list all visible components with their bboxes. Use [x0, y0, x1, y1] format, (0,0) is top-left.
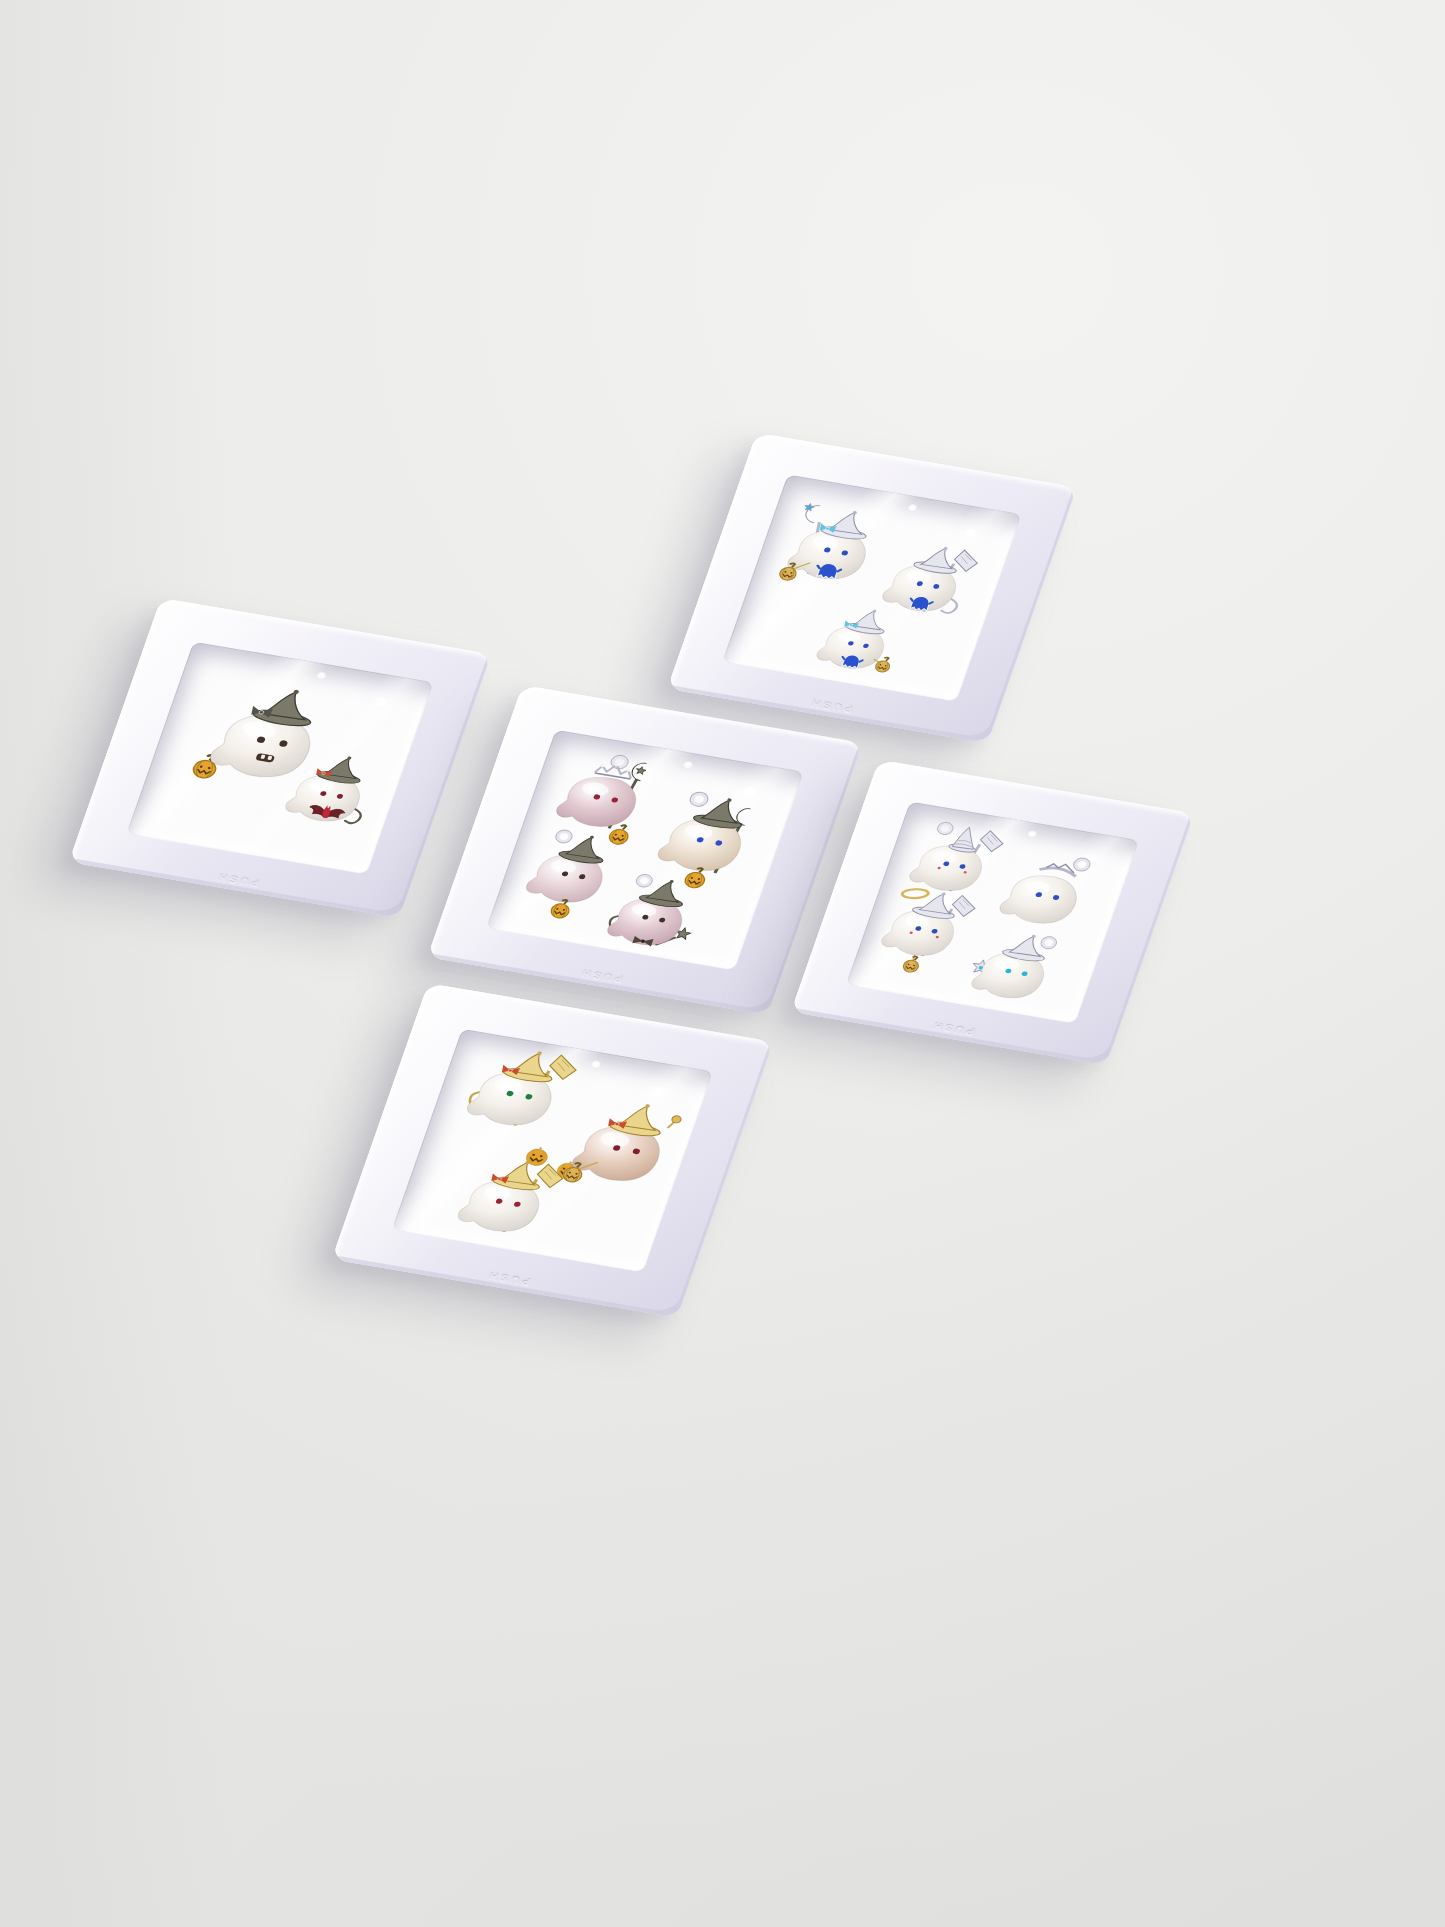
photo-scene: PUSH PUSH PUSH PUSH PUSH: [0, 0, 1445, 1927]
charm-tray: [486, 730, 804, 971]
display-box-bottom: PUSH: [331, 983, 773, 1318]
display-box-top: PUSH: [667, 433, 1077, 743]
push-emboss: PUSH: [808, 698, 854, 715]
ghost-charm: [429, 1146, 584, 1263]
push-emboss: PUSH: [928, 1020, 974, 1037]
push-emboss: PUSH: [484, 1270, 530, 1287]
push-emboss: PUSH: [214, 872, 260, 889]
charm-tray: [845, 800, 1139, 1023]
display-box-left: PUSH: [69, 598, 491, 918]
charm-tray: [391, 1028, 713, 1272]
charm-tray: [126, 641, 434, 875]
display-box-center: PUSH: [427, 685, 862, 1015]
display-box-right: PUSH: [790, 759, 1193, 1065]
ghost-charm: [792, 598, 921, 695]
push-emboss: PUSH: [578, 968, 624, 985]
charm-tray: [722, 475, 1021, 702]
